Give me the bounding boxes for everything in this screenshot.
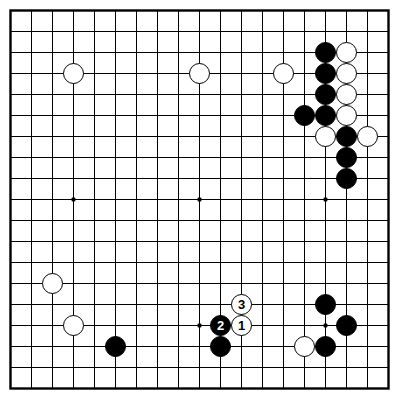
move-2-stone-black: 2 — [210, 315, 231, 336]
stone-black — [336, 147, 357, 168]
stone-white — [336, 84, 357, 105]
go-board[interactable]: 321 — [0, 0, 400, 400]
stone-black — [315, 105, 336, 126]
stone-black — [315, 63, 336, 84]
stone-black — [315, 84, 336, 105]
stone-white — [336, 42, 357, 63]
go-diagram-page: 321 — [0, 0, 400, 400]
stone-white — [357, 126, 378, 147]
stone-black — [315, 42, 336, 63]
stone-white — [294, 336, 315, 357]
stone-black — [294, 105, 315, 126]
stone-white — [336, 63, 357, 84]
move-number-label: 1 — [238, 319, 245, 333]
stone-black — [315, 294, 336, 315]
stone-black — [105, 336, 126, 357]
stone-white — [273, 63, 294, 84]
move-1-stone-white: 1 — [231, 315, 252, 336]
stone-black — [210, 336, 231, 357]
move-number-label: 3 — [238, 298, 245, 312]
move-3-stone-white: 3 — [231, 294, 252, 315]
stone-white — [63, 63, 84, 84]
stone-white — [42, 273, 63, 294]
stone-white — [315, 126, 336, 147]
move-number-label: 2 — [217, 319, 224, 333]
stone-white — [63, 315, 84, 336]
stone-black — [336, 126, 357, 147]
stone-black — [336, 168, 357, 189]
stone-white — [336, 105, 357, 126]
stones-layer: 321 — [0, 0, 399, 399]
stone-black — [336, 315, 357, 336]
stone-white — [189, 63, 210, 84]
stone-black — [315, 336, 336, 357]
